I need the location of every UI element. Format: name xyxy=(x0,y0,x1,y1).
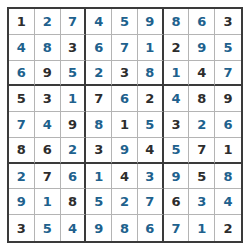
sudoku-cell-r1c8[interactable]: 6 xyxy=(189,9,215,35)
sudoku-board: 1274598634836712956952381475317624897498… xyxy=(7,7,243,243)
sudoku-cell-r8c9[interactable]: 4 xyxy=(215,189,241,215)
sudoku-cell-r3c3[interactable]: 5 xyxy=(61,61,87,87)
sudoku-cell-r7c1[interactable]: 2 xyxy=(9,164,35,190)
sudoku-cell-r2c9[interactable]: 5 xyxy=(215,35,241,61)
sudoku-cell-r1c4[interactable]: 4 xyxy=(86,9,112,35)
sudoku-cell-r8c3[interactable]: 8 xyxy=(61,189,87,215)
sudoku-cell-r5c7[interactable]: 3 xyxy=(164,112,190,138)
sudoku-cell-r4c5[interactable]: 6 xyxy=(112,86,138,112)
sudoku-cell-r7c8[interactable]: 5 xyxy=(189,164,215,190)
sudoku-cell-r1c2[interactable]: 2 xyxy=(35,9,61,35)
sudoku-cell-r7c6[interactable]: 3 xyxy=(138,164,164,190)
sudoku-cell-r4c8[interactable]: 8 xyxy=(189,86,215,112)
sudoku-cell-r7c7[interactable]: 9 xyxy=(164,164,190,190)
sudoku-cell-r1c7[interactable]: 8 xyxy=(164,9,190,35)
sudoku-cell-r8c1[interactable]: 9 xyxy=(9,189,35,215)
sudoku-cell-r2c6[interactable]: 1 xyxy=(138,35,164,61)
sudoku-cell-r1c9[interactable]: 3 xyxy=(215,9,241,35)
sudoku-cell-r3c8[interactable]: 4 xyxy=(189,61,215,87)
sudoku-cell-r8c5[interactable]: 2 xyxy=(112,189,138,215)
sudoku-cell-r7c3[interactable]: 6 xyxy=(61,164,87,190)
sudoku-cell-r2c2[interactable]: 8 xyxy=(35,35,61,61)
sudoku-cell-r9c5[interactable]: 8 xyxy=(112,215,138,241)
sudoku-cell-r4c2[interactable]: 3 xyxy=(35,86,61,112)
sudoku-cell-r8c4[interactable]: 5 xyxy=(86,189,112,215)
sudoku-cell-r3c4[interactable]: 2 xyxy=(86,61,112,87)
sudoku-cell-r7c2[interactable]: 7 xyxy=(35,164,61,190)
sudoku-cell-r3c1[interactable]: 6 xyxy=(9,61,35,87)
sudoku-cell-r7c9[interactable]: 8 xyxy=(215,164,241,190)
sudoku-cell-r2c8[interactable]: 9 xyxy=(189,35,215,61)
sudoku-cell-r7c5[interactable]: 4 xyxy=(112,164,138,190)
sudoku-cell-r2c5[interactable]: 7 xyxy=(112,35,138,61)
sudoku-cell-r9c4[interactable]: 9 xyxy=(86,215,112,241)
sudoku-cell-r8c8[interactable]: 3 xyxy=(189,189,215,215)
sudoku-cell-r6c1[interactable]: 8 xyxy=(9,138,35,164)
sudoku-cell-r9c9[interactable]: 2 xyxy=(215,215,241,241)
sudoku-cell-r6c3[interactable]: 2 xyxy=(61,138,87,164)
sudoku-cell-r2c3[interactable]: 3 xyxy=(61,35,87,61)
sudoku-cell-r6c9[interactable]: 1 xyxy=(215,138,241,164)
sudoku-cell-r2c4[interactable]: 6 xyxy=(86,35,112,61)
sudoku-cell-r2c7[interactable]: 2 xyxy=(164,35,190,61)
sudoku-cell-r9c2[interactable]: 5 xyxy=(35,215,61,241)
sudoku-cell-r9c3[interactable]: 4 xyxy=(61,215,87,241)
sudoku-cell-r9c1[interactable]: 3 xyxy=(9,215,35,241)
sudoku-cell-r6c5[interactable]: 9 xyxy=(112,138,138,164)
sudoku-cell-r5c1[interactable]: 7 xyxy=(9,112,35,138)
sudoku-cell-r1c1[interactable]: 1 xyxy=(9,9,35,35)
sudoku-cell-r5c8[interactable]: 2 xyxy=(189,112,215,138)
sudoku-cell-r5c5[interactable]: 1 xyxy=(112,112,138,138)
sudoku-cell-r3c7[interactable]: 1 xyxy=(164,61,190,87)
sudoku-cell-r5c2[interactable]: 4 xyxy=(35,112,61,138)
sudoku-cell-r4c6[interactable]: 2 xyxy=(138,86,164,112)
sudoku-cell-r6c2[interactable]: 6 xyxy=(35,138,61,164)
sudoku-cell-r8c6[interactable]: 7 xyxy=(138,189,164,215)
sudoku-cell-r4c3[interactable]: 1 xyxy=(61,86,87,112)
sudoku-cell-r5c6[interactable]: 5 xyxy=(138,112,164,138)
sudoku-cell-r1c3[interactable]: 7 xyxy=(61,9,87,35)
sudoku-cell-r2c1[interactable]: 4 xyxy=(9,35,35,61)
sudoku-cell-r1c6[interactable]: 9 xyxy=(138,9,164,35)
sudoku-cell-r5c4[interactable]: 8 xyxy=(86,112,112,138)
sudoku-cell-r6c7[interactable]: 5 xyxy=(164,138,190,164)
sudoku-cell-r4c7[interactable]: 4 xyxy=(164,86,190,112)
sudoku-cell-r9c8[interactable]: 1 xyxy=(189,215,215,241)
sudoku-cell-r5c3[interactable]: 9 xyxy=(61,112,87,138)
sudoku-cell-r8c2[interactable]: 1 xyxy=(35,189,61,215)
sudoku-cell-r3c9[interactable]: 7 xyxy=(215,61,241,87)
sudoku-cell-r6c6[interactable]: 4 xyxy=(138,138,164,164)
sudoku-cell-r4c1[interactable]: 5 xyxy=(9,86,35,112)
sudoku-cell-r3c5[interactable]: 3 xyxy=(112,61,138,87)
sudoku-cell-r7c4[interactable]: 1 xyxy=(86,164,112,190)
sudoku-cell-r5c9[interactable]: 6 xyxy=(215,112,241,138)
sudoku-cell-r8c7[interactable]: 6 xyxy=(164,189,190,215)
sudoku-cell-r1c5[interactable]: 5 xyxy=(112,9,138,35)
sudoku-cell-r6c4[interactable]: 3 xyxy=(86,138,112,164)
sudoku-cell-r3c2[interactable]: 9 xyxy=(35,61,61,87)
sudoku-cell-r4c4[interactable]: 7 xyxy=(86,86,112,112)
sudoku-cell-r4c9[interactable]: 9 xyxy=(215,86,241,112)
sudoku-cell-r9c6[interactable]: 6 xyxy=(138,215,164,241)
sudoku-cell-r9c7[interactable]: 7 xyxy=(164,215,190,241)
sudoku-cell-r3c6[interactable]: 8 xyxy=(138,61,164,87)
sudoku-cell-r6c8[interactable]: 7 xyxy=(189,138,215,164)
